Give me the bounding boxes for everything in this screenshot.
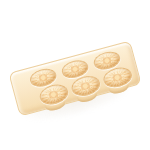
product-photo: [0, 0, 150, 150]
